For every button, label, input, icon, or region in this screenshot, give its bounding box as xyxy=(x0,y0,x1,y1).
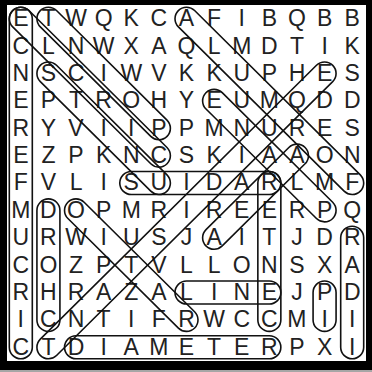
grid-cell-r11c9: N xyxy=(228,279,256,306)
grid-cell-r5c9: N xyxy=(228,115,256,142)
grid-cell-r13c2: T xyxy=(35,334,63,361)
grid-cell-r8c6: R xyxy=(145,197,173,224)
grid-cell-r11c12: P xyxy=(311,279,339,306)
grid-cell-r10c9: O xyxy=(228,251,256,278)
grid-cell-r11c2: H xyxy=(35,279,63,306)
grid-cell-r6c1: E xyxy=(7,142,35,169)
grid-cell-r6c3: P xyxy=(62,142,90,169)
grid-cell-r12c9: C xyxy=(228,306,256,333)
grid-cell-r13c5: A xyxy=(117,334,145,361)
grid-cell-r9c12: D xyxy=(311,224,339,251)
grid-cell-r10c8: L xyxy=(200,251,228,278)
grid-cell-r5c5: I xyxy=(117,115,145,142)
grid-cell-r1c13: B xyxy=(338,5,366,32)
grid-cell-r6c4: K xyxy=(90,142,118,169)
grid-cell-r7c5: S xyxy=(117,169,145,196)
grid-cell-r2c5: X xyxy=(117,32,145,59)
grid-cell-r13c11: P xyxy=(283,334,311,361)
grid-cell-r5c2: Y xyxy=(35,115,63,142)
grid-cell-r11c7: L xyxy=(173,279,201,306)
grid-cell-r8c5: M xyxy=(117,197,145,224)
grid-cell-r10c11: S xyxy=(283,251,311,278)
grid-cell-r11c10: E xyxy=(256,279,284,306)
grid-cell-r3c1: N xyxy=(7,60,35,87)
grid-cell-r12c13: I xyxy=(338,306,366,333)
grid-cell-r2c7: Q xyxy=(173,32,201,59)
grid-cell-r9c4: I xyxy=(90,224,118,251)
grid-cell-r5c6: P xyxy=(145,115,173,142)
grid-cell-r5c10: U xyxy=(256,115,284,142)
grid-cell-r1c11: Q xyxy=(283,5,311,32)
grid-cell-r8c8: R xyxy=(200,197,228,224)
grid-cell-r4c8: E xyxy=(200,87,228,114)
grid-cell-r13c4: I xyxy=(90,334,118,361)
grid-cell-r6c10: A xyxy=(256,142,284,169)
grid-cell-r4c10: M xyxy=(256,87,284,114)
grid-cell-r9c3: W xyxy=(62,224,90,251)
grid-cell-r8c2: D xyxy=(35,197,63,224)
grid-cell-r7c6: U xyxy=(145,169,173,196)
grid-cell-r8c12: P xyxy=(311,197,339,224)
grid-cell-r11c6: A xyxy=(145,279,173,306)
grid-cell-r10c2: O xyxy=(35,251,63,278)
grid-cell-r12c5: I xyxy=(117,306,145,333)
grid-cell-r1c12: B xyxy=(311,5,339,32)
grid-cell-r3c10: P xyxy=(256,60,284,87)
grid-cell-r8c9: E xyxy=(228,197,256,224)
grid-cell-r5c11: R xyxy=(283,115,311,142)
grid-cell-r2c12: I xyxy=(311,32,339,59)
grid-cell-r7c9: A xyxy=(228,169,256,196)
grid-cell-r11c8: I xyxy=(200,279,228,306)
grid-cell-r10c7: L xyxy=(173,251,201,278)
grid-cell-r6c12: O xyxy=(311,142,339,169)
grid-cell-r12c1: I xyxy=(7,306,35,333)
grid-cell-r9c5: U xyxy=(117,224,145,251)
grid-cell-r2c2: L xyxy=(35,32,63,59)
grid-cell-r5c13: S xyxy=(338,115,366,142)
grid-cell-r7c1: F xyxy=(7,169,35,196)
grid-cell-r12c7: R xyxy=(173,306,201,333)
grid-cell-r11c1: R xyxy=(7,279,35,306)
grid-cell-r1c7: A xyxy=(173,5,201,32)
grid-cell-r12c3: N xyxy=(62,306,90,333)
grid-cell-r10c13: A xyxy=(338,251,366,278)
grid-cell-r5c1: R xyxy=(7,115,35,142)
grid-cell-r3c3: C xyxy=(62,60,90,87)
grid-cell-r4c2: P xyxy=(35,87,63,114)
grid-cell-r6c6: C xyxy=(145,142,173,169)
grid-cell-r10c12: X xyxy=(311,251,339,278)
grid-cell-r4c4: R xyxy=(90,87,118,114)
grid-cell-r9c6: S xyxy=(145,224,173,251)
grid-cell-r2c11: T xyxy=(283,32,311,59)
grid-cell-r4c11: Q xyxy=(283,87,311,114)
grid-cell-r8c10: E xyxy=(256,197,284,224)
grid-cell-r2c1: C xyxy=(7,32,35,59)
grid-cell-r10c3: Z xyxy=(62,251,90,278)
grid-cell-r1c10: B xyxy=(256,5,284,32)
grid-cell-r7c8: D xyxy=(200,169,228,196)
grid-cell-r4c5: O xyxy=(117,87,145,114)
grid-cell-r7c12: M xyxy=(311,169,339,196)
grid-cell-r6c9: I xyxy=(228,142,256,169)
grid-cell-r7c4: I xyxy=(90,169,118,196)
grid-cell-r2c4: W xyxy=(90,32,118,59)
grid-cell-r1c4: Q xyxy=(90,5,118,32)
grid-cell-r3c2: S xyxy=(35,60,63,87)
grid-cell-r8c3: O xyxy=(62,197,90,224)
grid-cell-r9c1: U xyxy=(7,224,35,251)
grid-cell-r11c11: J xyxy=(283,279,311,306)
grid-cell-r12c6: F xyxy=(145,306,173,333)
grid-cell-r13c10: R xyxy=(256,334,284,361)
grid-cell-r13c3: D xyxy=(62,334,90,361)
grid-cell-r13c1: C xyxy=(7,334,35,361)
grid-cell-r3c5: W xyxy=(117,60,145,87)
grid-cell-r4c3: T xyxy=(62,87,90,114)
grid-cell-r1c3: W xyxy=(62,5,90,32)
grid-cell-r13c13: I xyxy=(338,334,366,361)
grid-cell-r13c6: M xyxy=(145,334,173,361)
grid-cell-r1c5: K xyxy=(117,5,145,32)
grid-cell-r6c7: S xyxy=(173,142,201,169)
grid-cell-r6c13: N xyxy=(338,142,366,169)
grid-cell-r2c3: N xyxy=(62,32,90,59)
grid-cell-r12c2: C xyxy=(35,306,63,333)
grid-cell-r1c8: F xyxy=(200,5,228,32)
grid-cell-r9c9: I xyxy=(228,224,256,251)
grid-cell-r8c13: Q xyxy=(338,197,366,224)
grid-cell-r7c2: V xyxy=(35,169,63,196)
grid-cell-r8c7: I xyxy=(173,197,201,224)
grid-cell-r5c7: P xyxy=(173,115,201,142)
grid-cell-r13c7: E xyxy=(173,334,201,361)
grid-cell-r2c9: M xyxy=(228,32,256,59)
grid-cell-r4c9: U xyxy=(228,87,256,114)
grid-cell-r8c4: P xyxy=(90,197,118,224)
grid-cell-r4c6: H xyxy=(145,87,173,114)
grid-cell-r4c7: Y xyxy=(173,87,201,114)
grid-cell-r9c13: R xyxy=(338,224,366,251)
grid-cell-r4c12: D xyxy=(311,87,339,114)
grid-cell-r11c5: Z xyxy=(117,279,145,306)
grid-cell-r12c11: M xyxy=(283,306,311,333)
grid-cell-r7c10: R xyxy=(256,169,284,196)
grid-cell-r2c6: A xyxy=(145,32,173,59)
grid-cell-r11c13: D xyxy=(338,279,366,306)
grid-cell-r5c12: E xyxy=(311,115,339,142)
grid-cell-r10c5: T xyxy=(117,251,145,278)
grid-cell-r12c12: I xyxy=(311,306,339,333)
grid-cell-r5c8: M xyxy=(200,115,228,142)
letter-grid: ETWQKCAFIBQBBCLNWXAQLMDTIKNSCIWVKKUPHESE… xyxy=(7,5,366,361)
grid-cell-r3c11: H xyxy=(283,60,311,87)
grid-cell-r3c6: V xyxy=(145,60,173,87)
word-search-board: ETWQKCAFIBQBBCLNWXAQLMDTIKNSCIWVKKUPHESE… xyxy=(7,5,366,361)
grid-cell-r7c11: L xyxy=(283,169,311,196)
grid-cell-r1c2: T xyxy=(35,5,63,32)
grid-cell-r1c1: E xyxy=(7,5,35,32)
grid-cell-r5c4: I xyxy=(90,115,118,142)
grid-cell-r9c8: A xyxy=(200,224,228,251)
grid-cell-r6c11: A xyxy=(283,142,311,169)
grid-cell-r4c13: D xyxy=(338,87,366,114)
grid-cell-r9c7: J xyxy=(173,224,201,251)
grid-cell-r7c13: F xyxy=(338,169,366,196)
grid-cell-r3c12: E xyxy=(311,60,339,87)
grid-cell-r3c13: S xyxy=(338,60,366,87)
grid-cell-r6c2: Z xyxy=(35,142,63,169)
grid-cell-r9c10: T xyxy=(256,224,284,251)
word-search-puzzle: ETWQKCAFIBQBBCLNWXAQLMDTIKNSCIWVKKUPHESE… xyxy=(0,0,372,372)
grid-cell-r1c6: C xyxy=(145,5,173,32)
grid-cell-r7c3: L xyxy=(62,169,90,196)
grid-cell-r5c3: V xyxy=(62,115,90,142)
grid-cell-r13c9: E xyxy=(228,334,256,361)
grid-cell-r3c8: K xyxy=(200,60,228,87)
grid-cell-r10c1: C xyxy=(7,251,35,278)
grid-cell-r12c4: T xyxy=(90,306,118,333)
grid-cell-r12c10: C xyxy=(256,306,284,333)
grid-cell-r8c1: M xyxy=(7,197,35,224)
grid-cell-r1c9: I xyxy=(228,5,256,32)
grid-cell-r2c10: D xyxy=(256,32,284,59)
grid-cell-r6c5: N xyxy=(117,142,145,169)
grid-cell-r3c9: U xyxy=(228,60,256,87)
grid-cell-r10c6: V xyxy=(145,251,173,278)
grid-cell-r4c1: E xyxy=(7,87,35,114)
grid-cell-r2c13: K xyxy=(338,32,366,59)
grid-cell-r3c4: I xyxy=(90,60,118,87)
grid-cell-r2c8: L xyxy=(200,32,228,59)
grid-cell-r9c11: J xyxy=(283,224,311,251)
grid-cell-r7c7: I xyxy=(173,169,201,196)
grid-cell-r11c3: R xyxy=(62,279,90,306)
grid-cell-r8c11: R xyxy=(283,197,311,224)
grid-cell-r3c7: K xyxy=(173,60,201,87)
grid-cell-r10c4: P xyxy=(90,251,118,278)
grid-cell-r6c8: K xyxy=(200,142,228,169)
grid-cell-r9c2: R xyxy=(35,224,63,251)
grid-cell-r12c8: W xyxy=(200,306,228,333)
grid-cell-r10c10: N xyxy=(256,251,284,278)
grid-cell-r13c12: X xyxy=(311,334,339,361)
grid-cell-r11c4: A xyxy=(90,279,118,306)
grid-cell-r13c8: T xyxy=(200,334,228,361)
